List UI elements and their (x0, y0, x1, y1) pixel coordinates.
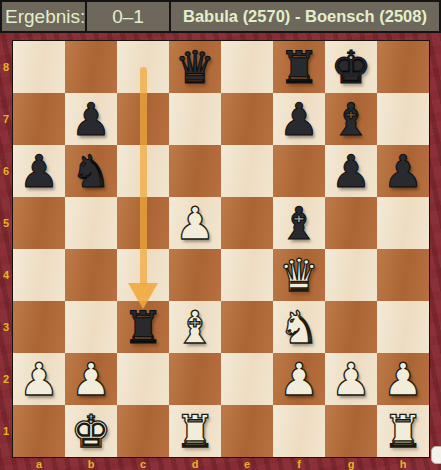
scrollbar-thumb[interactable] (431, 446, 441, 464)
piece-black-bishop[interactable]: ♝ (331, 97, 371, 142)
board-squares: ♛♜♚♟♟♝♟♞♟♟♟♝♛♜♝♞♟♟♟♟♟♚♜♜ (12, 40, 430, 458)
piece-black-pawn[interactable]: ♟ (71, 97, 111, 142)
square-a6[interactable]: ♟ (13, 145, 65, 197)
file-label-h: h (377, 457, 429, 470)
piece-white-rook[interactable]: ♜ (175, 409, 215, 454)
square-h4[interactable] (377, 249, 429, 301)
square-a8[interactable] (13, 41, 65, 93)
square-e6[interactable] (221, 145, 273, 197)
piece-white-pawn[interactable]: ♟ (331, 357, 371, 402)
players-label: Babula (2570) - Boensch (2508) (169, 0, 441, 33)
square-e2[interactable] (221, 353, 273, 405)
square-f3[interactable]: ♞ (273, 301, 325, 353)
piece-white-knight[interactable]: ♞ (279, 305, 319, 350)
file-label-e: e (221, 457, 273, 470)
rank-label-1: 1 (0, 405, 12, 457)
rank-label-3: 3 (0, 301, 12, 353)
square-f7[interactable]: ♟ (273, 93, 325, 145)
square-b3[interactable] (65, 301, 117, 353)
piece-white-pawn[interactable]: ♟ (279, 357, 319, 402)
piece-white-pawn[interactable]: ♟ (19, 357, 59, 402)
piece-white-pawn[interactable]: ♟ (383, 357, 423, 402)
square-f5[interactable]: ♝ (273, 197, 325, 249)
rank-label-7: 7 (0, 93, 12, 145)
square-e5[interactable] (221, 197, 273, 249)
piece-black-pawn[interactable]: ♟ (279, 97, 319, 142)
square-b1[interactable]: ♚ (65, 405, 117, 457)
piece-black-pawn[interactable]: ♟ (331, 149, 371, 194)
square-h7[interactable] (377, 93, 429, 145)
square-f1[interactable] (273, 405, 325, 457)
square-g4[interactable] (325, 249, 377, 301)
square-g6[interactable]: ♟ (325, 145, 377, 197)
square-f8[interactable]: ♜ (273, 41, 325, 93)
square-a1[interactable] (13, 405, 65, 457)
square-d7[interactable] (169, 93, 221, 145)
square-h2[interactable]: ♟ (377, 353, 429, 405)
square-g7[interactable]: ♝ (325, 93, 377, 145)
piece-white-queen[interactable]: ♛ (279, 253, 319, 298)
file-label-g: g (325, 457, 377, 470)
square-a2[interactable]: ♟ (13, 353, 65, 405)
piece-white-bishop[interactable]: ♝ (175, 305, 215, 350)
square-h6[interactable]: ♟ (377, 145, 429, 197)
piece-black-pawn[interactable]: ♟ (19, 149, 59, 194)
square-e7[interactable] (221, 93, 273, 145)
square-f4[interactable]: ♛ (273, 249, 325, 301)
piece-black-knight[interactable]: ♞ (71, 149, 111, 194)
square-d1[interactable]: ♜ (169, 405, 221, 457)
square-f2[interactable]: ♟ (273, 353, 325, 405)
square-c2[interactable] (117, 353, 169, 405)
result-label: Ergebnis: (0, 0, 87, 33)
rank-label-6: 6 (0, 145, 12, 197)
square-d4[interactable] (169, 249, 221, 301)
square-g5[interactable] (325, 197, 377, 249)
square-a4[interactable] (13, 249, 65, 301)
square-f6[interactable] (273, 145, 325, 197)
square-h3[interactable] (377, 301, 429, 353)
square-g8[interactable]: ♚ (325, 41, 377, 93)
rank-label-2: 2 (0, 353, 12, 405)
piece-white-rook[interactable]: ♜ (383, 409, 423, 454)
square-g2[interactable]: ♟ (325, 353, 377, 405)
square-e8[interactable] (221, 41, 273, 93)
square-d8[interactable]: ♛ (169, 41, 221, 93)
file-label-f: f (273, 457, 325, 470)
rank-label-4: 4 (0, 249, 12, 301)
rank-label-5: 5 (0, 197, 12, 249)
piece-black-bishop[interactable]: ♝ (279, 201, 319, 246)
move-arrow-line (140, 67, 147, 286)
move-arrow-head (128, 283, 158, 309)
result-value: 0–1 (85, 0, 171, 33)
square-d2[interactable] (169, 353, 221, 405)
square-b5[interactable] (65, 197, 117, 249)
square-e4[interactable] (221, 249, 273, 301)
file-label-b: b (65, 457, 117, 470)
piece-black-rook[interactable]: ♜ (123, 305, 163, 350)
square-b8[interactable] (65, 41, 117, 93)
square-h8[interactable] (377, 41, 429, 93)
square-b7[interactable]: ♟ (65, 93, 117, 145)
file-label-d: d (169, 457, 221, 470)
game-header: Ergebnis: 0–1 Babula (2570) - Boensch (2… (0, 0, 441, 33)
square-a3[interactable] (13, 301, 65, 353)
square-b2[interactable]: ♟ (65, 353, 117, 405)
square-g3[interactable] (325, 301, 377, 353)
piece-black-rook[interactable]: ♜ (279, 45, 319, 90)
square-a5[interactable] (13, 197, 65, 249)
piece-white-king[interactable]: ♚ (71, 409, 111, 454)
square-e1[interactable] (221, 405, 273, 457)
piece-black-pawn[interactable]: ♟ (383, 149, 423, 194)
square-g1[interactable] (325, 405, 377, 457)
square-c1[interactable] (117, 405, 169, 457)
piece-white-pawn[interactable]: ♟ (175, 201, 215, 246)
piece-white-pawn[interactable]: ♟ (71, 357, 111, 402)
square-a7[interactable] (13, 93, 65, 145)
square-d6[interactable] (169, 145, 221, 197)
square-e3[interactable] (221, 301, 273, 353)
piece-black-queen[interactable]: ♛ (175, 45, 215, 90)
square-b4[interactable] (65, 249, 117, 301)
board-frame: ♛♜♚♟♟♝♟♞♟♟♟♝♛♜♝♞♟♟♟♟♟♚♜♜ 87654321 abcdef… (0, 33, 441, 470)
square-d3[interactable]: ♝ (169, 301, 221, 353)
square-h1[interactable]: ♜ (377, 405, 429, 457)
piece-black-king[interactable]: ♚ (331, 45, 371, 90)
square-b6[interactable]: ♞ (65, 145, 117, 197)
square-h5[interactable] (377, 197, 429, 249)
square-d5[interactable]: ♟ (169, 197, 221, 249)
chess-app-window: Ergebnis: 0–1 Babula (2570) - Boensch (2… (0, 0, 441, 470)
file-label-a: a (13, 457, 65, 470)
file-label-c: c (117, 457, 169, 470)
rank-label-8: 8 (0, 41, 12, 93)
